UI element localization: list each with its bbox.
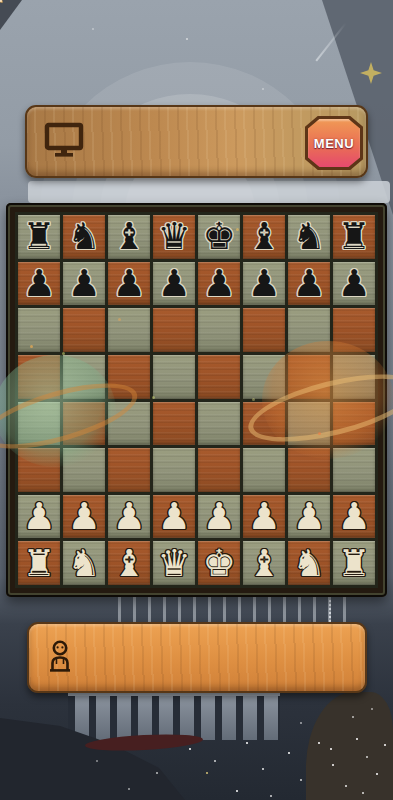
square-g4[interactable]: [288, 402, 330, 446]
square-d8[interactable]: ♛: [153, 215, 195, 259]
white-bishop[interactable]: ♝: [112, 545, 145, 582]
black-bishop[interactable]: ♝: [247, 218, 280, 255]
square-h2[interactable]: ♟: [333, 495, 375, 539]
square-g6[interactable]: [288, 308, 330, 352]
black-knight[interactable]: ♞: [292, 218, 325, 255]
black-pawn[interactable]: ♟: [337, 265, 370, 302]
monitor-icon: [44, 122, 84, 162]
square-h1[interactable]: ♜: [333, 541, 375, 585]
square-d2[interactable]: ♟: [153, 495, 195, 539]
square-g2[interactable]: ♟: [288, 495, 330, 539]
square-b3[interactable]: [63, 448, 105, 492]
white-bishop[interactable]: ♝: [247, 545, 280, 582]
star-icon: [360, 62, 382, 84]
square-b2[interactable]: ♟: [63, 495, 105, 539]
square-b7[interactable]: ♟: [63, 262, 105, 306]
black-knight[interactable]: ♞: [67, 218, 100, 255]
square-b5[interactable]: [63, 355, 105, 399]
white-pawn[interactable]: ♟: [292, 498, 325, 535]
square-g5[interactable]: [288, 355, 330, 399]
boat-silhouette: [85, 732, 204, 753]
ground-stars: [0, 0, 2, 2]
square-h4[interactable]: [333, 402, 375, 446]
square-a1[interactable]: ♜: [18, 541, 60, 585]
square-c1[interactable]: ♝: [108, 541, 150, 585]
white-king[interactable]: ♚: [202, 545, 235, 582]
white-pawn[interactable]: ♟: [112, 498, 145, 535]
square-e3[interactable]: [198, 448, 240, 492]
menu-button-label: MENU: [314, 136, 354, 151]
square-h5[interactable]: [333, 355, 375, 399]
square-e4[interactable]: [198, 402, 240, 446]
square-e5[interactable]: [198, 355, 240, 399]
square-h6[interactable]: [333, 308, 375, 352]
white-pawn[interactable]: ♟: [247, 498, 280, 535]
black-pawn[interactable]: ♟: [247, 265, 280, 302]
black-bishop[interactable]: ♝: [112, 218, 145, 255]
screen: MENU ♜♞♝♛♚♝♞♜♟♟♟♟♟♟♟♟♟♟♟♟♟♟♟♟♜♞♝♛♚♝♞♜: [0, 0, 393, 800]
black-pawn[interactable]: ♟: [67, 265, 100, 302]
white-pawn[interactable]: ♟: [157, 498, 190, 535]
square-e6[interactable]: [198, 308, 240, 352]
square-g7[interactable]: ♟: [288, 262, 330, 306]
black-pawn[interactable]: ♟: [22, 265, 55, 302]
left-silhouette: [0, 700, 215, 800]
white-queen[interactable]: ♛: [157, 545, 190, 582]
right-rock-silhouette: [306, 692, 393, 800]
square-b4[interactable]: [63, 402, 105, 446]
menu-button-face: MENU: [308, 119, 360, 167]
square-g3[interactable]: [288, 448, 330, 492]
square-f5[interactable]: [243, 355, 285, 399]
square-f8[interactable]: ♝: [243, 215, 285, 259]
white-pawn[interactable]: ♟: [337, 498, 370, 535]
square-e8[interactable]: ♚: [198, 215, 240, 259]
chess-board: ♜♞♝♛♚♝♞♜♟♟♟♟♟♟♟♟♟♟♟♟♟♟♟♟♜♞♝♛♚♝♞♜: [15, 212, 378, 588]
square-a3[interactable]: [18, 448, 60, 492]
square-d5[interactable]: [153, 355, 195, 399]
square-c3[interactable]: [108, 448, 150, 492]
square-a7[interactable]: ♟: [18, 262, 60, 306]
moon-glow-band: [28, 181, 390, 203]
square-c4[interactable]: [108, 402, 150, 446]
black-pawn[interactable]: ♟: [292, 265, 325, 302]
chess-board-frame: ♜♞♝♛♚♝♞♜♟♟♟♟♟♟♟♟♟♟♟♟♟♟♟♟♜♞♝♛♚♝♞♜: [6, 203, 387, 597]
white-pawn[interactable]: ♟: [67, 498, 100, 535]
square-f6[interactable]: [243, 308, 285, 352]
fence-silhouette: [68, 696, 280, 740]
square-b8[interactable]: ♞: [63, 215, 105, 259]
square-a6[interactable]: [18, 308, 60, 352]
city-streaks: [118, 597, 350, 625]
top-bar: MENU: [25, 105, 368, 178]
black-rook[interactable]: ♜: [337, 218, 370, 255]
square-c8[interactable]: ♝: [108, 215, 150, 259]
black-pawn[interactable]: ♟: [202, 265, 235, 302]
square-d4[interactable]: [153, 402, 195, 446]
white-rook[interactable]: ♜: [22, 545, 55, 582]
player-icon: [46, 639, 74, 677]
square-f2[interactable]: ♟: [243, 495, 285, 539]
black-queen[interactable]: ♛: [157, 218, 190, 255]
board-sparkles: [0, 0, 3, 3]
menu-button[interactable]: MENU: [305, 116, 363, 170]
square-g8[interactable]: ♞: [288, 215, 330, 259]
square-h8[interactable]: ♜: [333, 215, 375, 259]
square-d3[interactable]: [153, 448, 195, 492]
square-a2[interactable]: ♟: [18, 495, 60, 539]
square-f1[interactable]: ♝: [243, 541, 285, 585]
white-knight[interactable]: ♞: [67, 545, 100, 582]
corner-shadow: [0, 0, 22, 30]
square-c2[interactable]: ♟: [108, 495, 150, 539]
square-g1[interactable]: ♞: [288, 541, 330, 585]
square-c5[interactable]: [108, 355, 150, 399]
square-d6[interactable]: [153, 308, 195, 352]
square-d1[interactable]: ♛: [153, 541, 195, 585]
square-a5[interactable]: [18, 355, 60, 399]
white-knight[interactable]: ♞: [292, 545, 325, 582]
comet-streak-icon: [315, 22, 346, 61]
square-b1[interactable]: ♞: [63, 541, 105, 585]
white-pawn[interactable]: ♟: [22, 498, 55, 535]
square-a4[interactable]: [18, 402, 60, 446]
square-h7[interactable]: ♟: [333, 262, 375, 306]
player-bar: [27, 622, 367, 693]
square-f4[interactable]: [243, 402, 285, 446]
square-c6[interactable]: [108, 308, 150, 352]
white-rook[interactable]: ♜: [337, 545, 370, 582]
square-f3[interactable]: [243, 448, 285, 492]
square-d7[interactable]: ♟: [153, 262, 195, 306]
square-c7[interactable]: ♟: [108, 262, 150, 306]
square-b6[interactable]: [63, 308, 105, 352]
black-king[interactable]: ♚: [202, 218, 235, 255]
square-e1[interactable]: ♚: [198, 541, 240, 585]
square-f7[interactable]: ♟: [243, 262, 285, 306]
sky-stars: [0, 0, 2, 2]
black-pawn[interactable]: ♟: [112, 265, 145, 302]
square-e2[interactable]: ♟: [198, 495, 240, 539]
square-a8[interactable]: ♜: [18, 215, 60, 259]
square-h3[interactable]: [333, 448, 375, 492]
black-pawn[interactable]: ♟: [157, 265, 190, 302]
square-e7[interactable]: ♟: [198, 262, 240, 306]
white-pawn[interactable]: ♟: [202, 498, 235, 535]
black-rook[interactable]: ♜: [22, 218, 55, 255]
